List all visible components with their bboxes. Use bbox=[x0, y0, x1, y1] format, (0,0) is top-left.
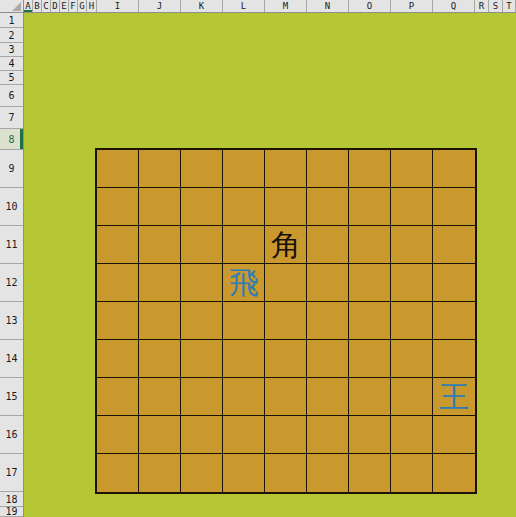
board-cell-K17[interactable] bbox=[181, 454, 223, 492]
column-header-bar: ABCDEFGHIJKLMNOPQRST bbox=[24, 0, 516, 13]
board-cell-I10[interactable] bbox=[97, 188, 139, 226]
board-cell-I16[interactable] bbox=[97, 416, 139, 454]
shogi-board: 角飛王 bbox=[95, 148, 477, 494]
board-cell-I17[interactable] bbox=[97, 454, 139, 492]
board-cell-J10[interactable] bbox=[139, 188, 181, 226]
column-header-E[interactable]: E bbox=[60, 0, 69, 12]
board-cell-K12[interactable] bbox=[181, 264, 223, 302]
row-header-12[interactable]: 12 bbox=[0, 264, 23, 302]
row-header-15[interactable]: 15 bbox=[0, 378, 23, 416]
board-cell-P15[interactable] bbox=[391, 378, 433, 416]
row-header-8[interactable]: 8 bbox=[0, 129, 23, 150]
board-cell-I14[interactable] bbox=[97, 340, 139, 378]
board-cell-O14[interactable] bbox=[349, 340, 391, 378]
board-cell-J17[interactable] bbox=[139, 454, 181, 492]
board-cell-L15[interactable] bbox=[223, 378, 265, 416]
board-cell-Q14[interactable] bbox=[433, 340, 475, 378]
board-cell-J11[interactable] bbox=[139, 226, 181, 264]
column-header-T[interactable]: T bbox=[503, 0, 516, 12]
column-header-L[interactable]: L bbox=[223, 0, 265, 12]
board-cell-K16[interactable] bbox=[181, 416, 223, 454]
board-cell-L17[interactable] bbox=[223, 454, 265, 492]
board-cell-I12[interactable] bbox=[97, 264, 139, 302]
board-cell-J14[interactable] bbox=[139, 340, 181, 378]
row-header-14[interactable]: 14 bbox=[0, 340, 23, 378]
column-header-B[interactable]: B bbox=[33, 0, 42, 12]
board-cell-Q17[interactable] bbox=[433, 454, 475, 492]
board-cell-K13[interactable] bbox=[181, 302, 223, 340]
column-header-G[interactable]: G bbox=[78, 0, 87, 12]
row-header-3[interactable]: 3 bbox=[0, 43, 23, 57]
board-cell-M10[interactable] bbox=[265, 188, 307, 226]
select-all-triangle-icon bbox=[12, 2, 21, 11]
board-cell-M16[interactable] bbox=[265, 416, 307, 454]
row-header-2[interactable]: 2 bbox=[0, 28, 23, 43]
board-cell-N11[interactable] bbox=[307, 226, 349, 264]
board-cell-J12[interactable] bbox=[139, 264, 181, 302]
column-header-Q[interactable]: Q bbox=[433, 0, 475, 12]
board-cell-M13[interactable] bbox=[265, 302, 307, 340]
board-cell-L9[interactable] bbox=[223, 150, 265, 188]
column-header-R[interactable]: R bbox=[475, 0, 489, 12]
row-header-5[interactable]: 5 bbox=[0, 71, 23, 85]
board-cell-Q13[interactable] bbox=[433, 302, 475, 340]
column-header-M[interactable]: M bbox=[265, 0, 307, 12]
row-header-11[interactable]: 11 bbox=[0, 226, 23, 264]
row-header-1[interactable]: 1 bbox=[0, 13, 23, 28]
board-cell-I15[interactable] bbox=[97, 378, 139, 416]
column-header-K[interactable]: K bbox=[181, 0, 223, 12]
board-cell-N16[interactable] bbox=[307, 416, 349, 454]
column-header-S[interactable]: S bbox=[489, 0, 503, 12]
board-cell-M11[interactable] bbox=[265, 226, 307, 264]
row-header-17[interactable]: 17 bbox=[0, 454, 23, 492]
select-all-button[interactable] bbox=[0, 0, 24, 13]
row-header-7[interactable]: 7 bbox=[0, 107, 23, 129]
column-header-N[interactable]: N bbox=[307, 0, 349, 12]
board-cell-M9[interactable] bbox=[265, 150, 307, 188]
board-cell-P17[interactable] bbox=[391, 454, 433, 492]
board-cell-L13[interactable] bbox=[223, 302, 265, 340]
board-cell-P10[interactable] bbox=[391, 188, 433, 226]
board-cell-N14[interactable] bbox=[307, 340, 349, 378]
board-cell-Q11[interactable] bbox=[433, 226, 475, 264]
board-cell-J15[interactable] bbox=[139, 378, 181, 416]
board-cell-O13[interactable] bbox=[349, 302, 391, 340]
row-header-13[interactable]: 13 bbox=[0, 302, 23, 340]
board-cell-L16[interactable] bbox=[223, 416, 265, 454]
board-cell-N15[interactable] bbox=[307, 378, 349, 416]
board-cell-Q10[interactable] bbox=[433, 188, 475, 226]
board-cell-M17[interactable] bbox=[265, 454, 307, 492]
board-cell-O17[interactable] bbox=[349, 454, 391, 492]
board-cell-P12[interactable] bbox=[391, 264, 433, 302]
board-cell-M15[interactable] bbox=[265, 378, 307, 416]
board-cell-P16[interactable] bbox=[391, 416, 433, 454]
board-cell-P14[interactable] bbox=[391, 340, 433, 378]
board-cell-P13[interactable] bbox=[391, 302, 433, 340]
board-cell-I11[interactable] bbox=[97, 226, 139, 264]
board-cell-P11[interactable] bbox=[391, 226, 433, 264]
board-cell-J16[interactable] bbox=[139, 416, 181, 454]
column-header-C[interactable]: C bbox=[42, 0, 51, 12]
board-cell-J13[interactable] bbox=[139, 302, 181, 340]
board-cell-O9[interactable] bbox=[349, 150, 391, 188]
board-cell-K14[interactable] bbox=[181, 340, 223, 378]
column-header-A[interactable]: A bbox=[24, 0, 33, 12]
row-header-9[interactable]: 9 bbox=[0, 150, 23, 188]
board-cell-Q12[interactable] bbox=[433, 264, 475, 302]
board-cell-N17[interactable] bbox=[307, 454, 349, 492]
board-cell-P9[interactable] bbox=[391, 150, 433, 188]
board-cell-I13[interactable] bbox=[97, 302, 139, 340]
board-cell-O16[interactable] bbox=[349, 416, 391, 454]
column-header-J[interactable]: J bbox=[139, 0, 181, 12]
column-header-D[interactable]: D bbox=[51, 0, 60, 12]
board-cell-L10[interactable] bbox=[223, 188, 265, 226]
spreadsheet-window: 角飛王 ABCDEFGHIJKLMNOPQRST 123456789101112… bbox=[0, 0, 516, 517]
board-cell-L11[interactable] bbox=[223, 226, 265, 264]
board-cell-K9[interactable] bbox=[181, 150, 223, 188]
column-header-I[interactable]: I bbox=[97, 0, 139, 12]
board-cell-O15[interactable] bbox=[349, 378, 391, 416]
board-cell-I9[interactable] bbox=[97, 150, 139, 188]
board-cell-L12[interactable] bbox=[223, 264, 265, 302]
board-cell-L14[interactable] bbox=[223, 340, 265, 378]
board-cell-K11[interactable] bbox=[181, 226, 223, 264]
board-cell-N12[interactable] bbox=[307, 264, 349, 302]
board-cell-O11[interactable] bbox=[349, 226, 391, 264]
board-cell-Q16[interactable] bbox=[433, 416, 475, 454]
board-cell-K15[interactable] bbox=[181, 378, 223, 416]
board-cell-J9[interactable] bbox=[139, 150, 181, 188]
row-header-10[interactable]: 10 bbox=[0, 188, 23, 226]
row-header-bar: 12345678910111213141516171819 bbox=[0, 13, 24, 517]
board-cell-K10[interactable] bbox=[181, 188, 223, 226]
board-cell-O10[interactable] bbox=[349, 188, 391, 226]
row-header-19[interactable]: 19 bbox=[0, 507, 23, 517]
row-header-16[interactable]: 16 bbox=[0, 416, 23, 454]
column-header-P[interactable]: P bbox=[391, 0, 433, 12]
board-cell-M14[interactable] bbox=[265, 340, 307, 378]
board-cell-Q9[interactable] bbox=[433, 150, 475, 188]
board-cell-O12[interactable] bbox=[349, 264, 391, 302]
board-cell-N13[interactable] bbox=[307, 302, 349, 340]
row-header-6[interactable]: 6 bbox=[0, 85, 23, 107]
board-cell-N9[interactable] bbox=[307, 150, 349, 188]
row-header-18[interactable]: 18 bbox=[0, 492, 23, 507]
column-header-F[interactable]: F bbox=[69, 0, 78, 12]
board-cell-Q15[interactable] bbox=[433, 378, 475, 416]
board-cell-N10[interactable] bbox=[307, 188, 349, 226]
board-cell-M12[interactable] bbox=[265, 264, 307, 302]
column-header-O[interactable]: O bbox=[349, 0, 391, 12]
column-header-H[interactable]: H bbox=[87, 0, 97, 12]
row-header-4[interactable]: 4 bbox=[0, 57, 23, 71]
